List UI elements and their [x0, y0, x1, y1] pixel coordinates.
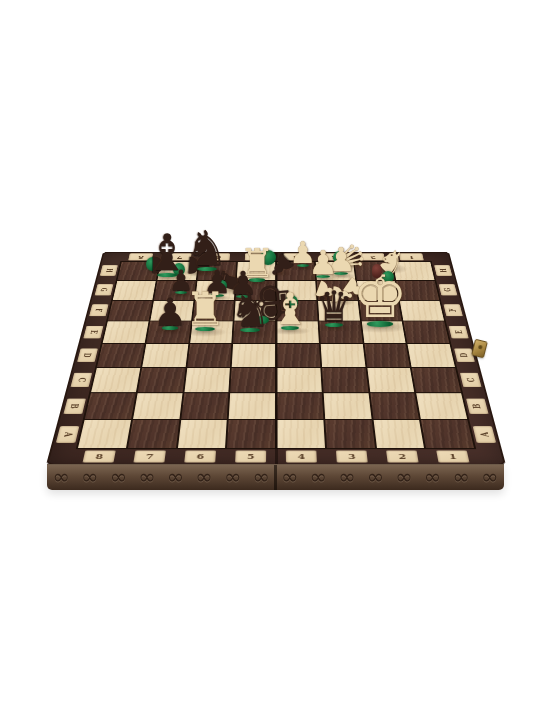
file-label-left-A: A — [56, 426, 80, 443]
carved-scroll-icon: ∞ — [424, 467, 442, 488]
square-d4 — [277, 344, 320, 367]
rank-label-front-4: 4 — [286, 450, 317, 462]
piece-light-bishop-standing: ♝ — [270, 287, 309, 331]
file-label-left-B: B — [63, 398, 86, 414]
carved-scroll-icon: ∞ — [224, 467, 242, 488]
rank-label-front-5: 5 — [235, 450, 266, 462]
file-label-left-F: F — [89, 304, 108, 316]
square-f8 — [108, 300, 152, 320]
carved-scroll-icon: ∞ — [395, 467, 413, 488]
carved-scroll-icon: ∞ — [81, 467, 99, 488]
square-c7 — [138, 368, 186, 392]
square-d7 — [142, 344, 188, 367]
file-label-left-G: G — [95, 284, 114, 296]
file-label-right-E: E — [449, 326, 469, 339]
file-label-left-H: H — [100, 265, 118, 276]
square-c4 — [277, 368, 322, 392]
file-label-right-A: A — [473, 426, 497, 443]
square-b3 — [323, 393, 371, 419]
carved-scroll-icon: ∞ — [452, 467, 470, 488]
square-b7 — [133, 393, 182, 419]
square-b1 — [416, 393, 467, 419]
file-label-right-F: F — [443, 304, 462, 316]
file-label-right-B: B — [466, 398, 489, 414]
square-c6 — [184, 368, 230, 392]
carved-scroll-icon: ∞ — [110, 467, 128, 488]
piece-light-rook-standing: ♜ — [184, 286, 225, 332]
piece-dark-knight-standing: ♞ — [229, 287, 270, 333]
square-a4 — [277, 420, 325, 448]
square-a3 — [325, 420, 374, 448]
square-a6 — [177, 420, 226, 448]
square-a8 — [78, 420, 131, 448]
carved-scroll-icon: ∞ — [138, 467, 156, 488]
square-d3 — [320, 344, 365, 367]
carved-scroll-icon: ∞ — [310, 467, 328, 488]
chess-set-product-photo: 87654321 87654321 HGFEDCBA HGFEDCBA ∞∞∞∞… — [0, 0, 540, 720]
brass-clasp-icon — [471, 339, 488, 359]
rank-label-front-8: 8 — [83, 450, 116, 462]
square-e8 — [103, 322, 149, 343]
rank-label-front-7: 7 — [134, 450, 166, 462]
square-d2 — [364, 344, 410, 367]
square-b2 — [370, 393, 419, 419]
square-c2 — [367, 368, 415, 392]
carved-scroll-icon: ∞ — [195, 467, 213, 488]
rank-label-front-2: 2 — [386, 450, 418, 462]
piece-light-pawn-standing: ♟ — [308, 246, 338, 279]
carved-scroll-icon: ∞ — [53, 467, 71, 488]
square-a7 — [128, 420, 179, 448]
square-c8 — [91, 368, 140, 392]
carved-scroll-icon: ∞ — [481, 467, 499, 488]
carved-scroll-icon: ∞ — [167, 467, 185, 488]
carved-scroll-icon: ∞ — [252, 467, 270, 488]
square-a1 — [421, 420, 474, 448]
carved-scroll-icon: ∞ — [338, 467, 356, 488]
square-c5 — [230, 368, 275, 392]
square-b5 — [229, 393, 275, 419]
square-d1 — [408, 344, 455, 367]
square-e1 — [404, 322, 450, 343]
file-label-right-C: C — [460, 373, 482, 388]
file-label-left-E: E — [83, 326, 103, 339]
carved-scroll-icon: ∞ — [281, 467, 299, 488]
square-g8 — [113, 281, 156, 300]
file-label-left-C: C — [70, 373, 92, 388]
rank-label-front-6: 6 — [184, 450, 215, 462]
rank-label-front-3: 3 — [336, 450, 367, 462]
square-d6 — [187, 344, 232, 367]
piece-dark-pawn-standing: ♟ — [153, 293, 187, 331]
square-b8 — [85, 393, 136, 419]
square-c1 — [412, 368, 461, 392]
square-d5 — [232, 344, 275, 367]
file-label-right-H: H — [434, 265, 452, 276]
carved-scroll-icon: ∞ — [367, 467, 385, 488]
carved-front-edge: ∞∞∞∞∞∞∞∞∞∞∞∞∞∞∞∞ — [47, 464, 504, 490]
rank-label-front-1: 1 — [436, 450, 469, 462]
square-d8 — [97, 344, 144, 367]
square-a2 — [373, 420, 424, 448]
fold-seam-front-face — [274, 465, 277, 490]
square-b4 — [277, 393, 323, 419]
file-label-right-G: G — [439, 284, 458, 296]
king-finial — [372, 264, 382, 278]
square-a5 — [227, 420, 275, 448]
square-b6 — [181, 393, 229, 419]
square-c3 — [322, 368, 368, 392]
file-label-left-D: D — [77, 348, 98, 362]
piece-dark-queen-standing: ♛ — [315, 286, 353, 328]
